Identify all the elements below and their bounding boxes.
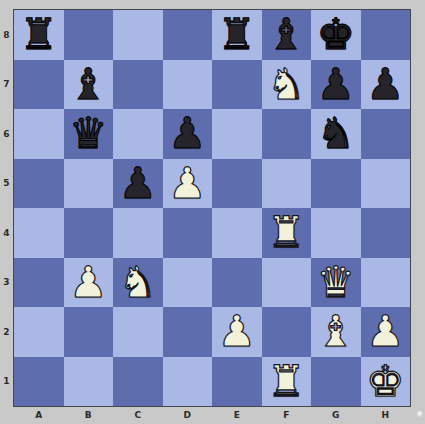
square-b1[interactable] xyxy=(64,357,114,407)
square-g1[interactable] xyxy=(311,357,361,407)
square-d6[interactable]: ♟ xyxy=(163,109,213,159)
square-f4[interactable]: ♜ xyxy=(262,208,312,258)
square-f8[interactable]: ♝ xyxy=(262,10,312,60)
square-c4[interactable] xyxy=(113,208,163,258)
white-knight-f7[interactable]: ♞ xyxy=(267,60,306,110)
square-b4[interactable] xyxy=(64,208,114,258)
rank-label-4: 4 xyxy=(0,208,13,258)
file-label-h: H xyxy=(361,407,411,423)
square-h5[interactable] xyxy=(361,159,411,209)
square-a4[interactable] xyxy=(14,208,64,258)
square-f7[interactable]: ♞ xyxy=(262,60,312,110)
square-a8[interactable]: ♜ xyxy=(14,10,64,60)
square-h3[interactable] xyxy=(361,258,411,308)
square-f2[interactable] xyxy=(262,307,312,357)
square-f5[interactable] xyxy=(262,159,312,209)
rank-label-3: 3 xyxy=(0,258,13,308)
square-e1[interactable] xyxy=(212,357,262,407)
square-e7[interactable] xyxy=(212,60,262,110)
square-a5[interactable] xyxy=(14,159,64,209)
rank-label-2: 2 xyxy=(0,307,13,357)
square-b2[interactable] xyxy=(64,307,114,357)
chess-board-window: 87654321 ♜♜♝♚♝♞♟♟♛♟♞♟♟♜♟♞♛♟♝♟♜♚ ABCDEFGH xyxy=(0,0,425,424)
rank-label-8: 8 xyxy=(0,10,13,60)
square-h8[interactable] xyxy=(361,10,411,60)
square-e6[interactable] xyxy=(212,109,262,159)
square-c8[interactable] xyxy=(113,10,163,60)
file-label-f: F xyxy=(262,407,312,423)
square-d1[interactable] xyxy=(163,357,213,407)
square-d8[interactable] xyxy=(163,10,213,60)
black-king-g8[interactable]: ♚ xyxy=(316,10,355,60)
black-rook-e8[interactable]: ♜ xyxy=(217,10,256,60)
white-queen-g3[interactable]: ♛ xyxy=(316,258,355,308)
chess-board: ♜♜♝♚♝♞♟♟♛♟♞♟♟♜♟♞♛♟♝♟♜♚ xyxy=(13,9,411,407)
square-b3[interactable]: ♟ xyxy=(64,258,114,308)
square-h7[interactable]: ♟ xyxy=(361,60,411,110)
square-g6[interactable]: ♞ xyxy=(311,109,361,159)
white-rook-f1[interactable]: ♜ xyxy=(267,357,306,407)
square-c6[interactable] xyxy=(113,109,163,159)
square-c2[interactable] xyxy=(113,307,163,357)
square-g7[interactable]: ♟ xyxy=(311,60,361,110)
square-d3[interactable] xyxy=(163,258,213,308)
black-bishop-b7[interactable]: ♝ xyxy=(69,60,108,110)
resize-grip-dot xyxy=(417,411,423,417)
white-pawn-h2[interactable]: ♟ xyxy=(366,307,405,357)
white-pawn-e2[interactable]: ♟ xyxy=(217,307,256,357)
white-pawn-d5[interactable]: ♟ xyxy=(168,159,207,209)
white-knight-c3[interactable]: ♞ xyxy=(118,258,157,308)
white-rook-f4[interactable]: ♜ xyxy=(267,208,306,258)
black-pawn-d6[interactable]: ♟ xyxy=(168,109,207,159)
white-bishop-g2[interactable]: ♝ xyxy=(316,307,355,357)
square-b7[interactable]: ♝ xyxy=(64,60,114,110)
square-f6[interactable] xyxy=(262,109,312,159)
file-label-a: A xyxy=(14,407,64,423)
square-e4[interactable] xyxy=(212,208,262,258)
square-e2[interactable]: ♟ xyxy=(212,307,262,357)
square-g5[interactable] xyxy=(311,159,361,209)
file-label-g: G xyxy=(311,407,361,423)
square-d2[interactable] xyxy=(163,307,213,357)
square-h2[interactable]: ♟ xyxy=(361,307,411,357)
square-g4[interactable] xyxy=(311,208,361,258)
square-g8[interactable]: ♚ xyxy=(311,10,361,60)
square-a2[interactable] xyxy=(14,307,64,357)
square-c1[interactable] xyxy=(113,357,163,407)
square-e5[interactable] xyxy=(212,159,262,209)
square-c7[interactable] xyxy=(113,60,163,110)
rank-label-6: 6 xyxy=(0,109,13,159)
square-h6[interactable] xyxy=(361,109,411,159)
square-g3[interactable]: ♛ xyxy=(311,258,361,308)
square-f1[interactable]: ♜ xyxy=(262,357,312,407)
white-pawn-b3[interactable]: ♟ xyxy=(69,258,108,308)
square-a3[interactable] xyxy=(14,258,64,308)
square-e3[interactable] xyxy=(212,258,262,308)
square-h4[interactable] xyxy=(361,208,411,258)
square-h1[interactable]: ♚ xyxy=(361,357,411,407)
square-c5[interactable]: ♟ xyxy=(113,159,163,209)
black-queen-b6[interactable]: ♛ xyxy=(69,109,108,159)
rank-label-5: 5 xyxy=(0,159,13,209)
black-rook-a8[interactable]: ♜ xyxy=(19,10,58,60)
square-d4[interactable] xyxy=(163,208,213,258)
white-king-h1[interactable]: ♚ xyxy=(366,357,405,407)
file-label-b: B xyxy=(64,407,114,423)
square-b5[interactable] xyxy=(64,159,114,209)
square-b6[interactable]: ♛ xyxy=(64,109,114,159)
square-b8[interactable] xyxy=(64,10,114,60)
black-pawn-c5[interactable]: ♟ xyxy=(118,159,157,209)
file-label-d: D xyxy=(163,407,213,423)
square-f3[interactable] xyxy=(262,258,312,308)
black-pawn-h7[interactable]: ♟ xyxy=(366,60,405,110)
file-labels: ABCDEFGH xyxy=(14,407,410,423)
square-a6[interactable] xyxy=(14,109,64,159)
black-bishop-f8[interactable]: ♝ xyxy=(267,10,306,60)
square-d5[interactable]: ♟ xyxy=(163,159,213,209)
square-e8[interactable]: ♜ xyxy=(212,10,262,60)
file-label-c: C xyxy=(113,407,163,423)
square-a7[interactable] xyxy=(14,60,64,110)
black-knight-g6[interactable]: ♞ xyxy=(316,109,355,159)
square-c3[interactable]: ♞ xyxy=(113,258,163,308)
rank-labels: 87654321 xyxy=(0,10,13,406)
black-pawn-g7[interactable]: ♟ xyxy=(316,60,355,110)
square-g2[interactable]: ♝ xyxy=(311,307,361,357)
square-d7[interactable] xyxy=(163,60,213,110)
rank-label-1: 1 xyxy=(0,357,13,407)
file-label-e: E xyxy=(212,407,262,423)
square-a1[interactable] xyxy=(14,357,64,407)
rank-label-7: 7 xyxy=(0,60,13,110)
